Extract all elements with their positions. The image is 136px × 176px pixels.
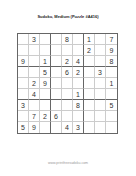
cell-r3c1[interactable]: 9	[18, 56, 29, 67]
cell-r3c8[interactable]	[95, 56, 106, 67]
cell-r7c1[interactable]: 3	[18, 100, 29, 111]
cell-r8c4[interactable]: 6	[51, 111, 62, 122]
cell-r8c3[interactable]: 2	[40, 111, 51, 122]
cell-r4c2[interactable]	[29, 67, 40, 78]
cell-r6c3[interactable]	[40, 89, 51, 100]
cell-r6c6[interactable]: 1	[73, 89, 84, 100]
cell-r5c1[interactable]	[18, 78, 29, 89]
cell-r6c8[interactable]	[95, 89, 106, 100]
puzzle-title: Sudoku, Medium (Puzzle #A416)	[34, 14, 102, 19]
cell-r2c7[interactable]: 2	[84, 45, 95, 56]
cell-r2c1[interactable]	[18, 45, 29, 56]
cell-r1c5[interactable]: 8	[62, 34, 73, 45]
cell-r4c3[interactable]: 5	[40, 67, 51, 78]
cell-r7c5[interactable]	[62, 100, 73, 111]
cell-r2c6[interactable]	[73, 45, 84, 56]
cell-r5c7[interactable]	[84, 78, 95, 89]
cell-r2c4[interactable]	[51, 45, 62, 56]
cell-r3c5[interactable]: 2	[62, 56, 73, 67]
cell-r4c5[interactable]: 6	[62, 67, 73, 78]
cell-r2c8[interactable]	[95, 45, 106, 56]
cell-r5c8[interactable]	[95, 78, 106, 89]
cell-r1c9[interactable]: 7	[106, 34, 117, 45]
cell-r9c5[interactable]: 4	[62, 122, 73, 133]
cell-r8c9[interactable]	[106, 111, 117, 122]
footer-url: www.printfreesudoku.com	[34, 161, 102, 165]
cell-r9c1[interactable]: 5	[18, 122, 29, 133]
cell-r7c7[interactable]	[84, 100, 95, 111]
cell-r7c2[interactable]	[29, 100, 40, 111]
cell-r1c6[interactable]	[73, 34, 84, 45]
cell-r5c3[interactable]: 9	[40, 78, 51, 89]
cell-r6c2[interactable]: 4	[29, 89, 40, 100]
cell-r2c2[interactable]	[29, 45, 40, 56]
cell-r7c6[interactable]: 8	[73, 100, 84, 111]
cell-r4c4[interactable]	[51, 67, 62, 78]
cell-r5c5[interactable]	[62, 78, 73, 89]
cell-r9c9[interactable]	[106, 122, 117, 133]
cell-r8c6[interactable]	[73, 111, 84, 122]
cell-r1c2[interactable]: 3	[29, 34, 40, 45]
cell-r9c4[interactable]	[51, 122, 62, 133]
cell-r6c5[interactable]	[62, 89, 73, 100]
cell-r2c9[interactable]: 9	[106, 45, 117, 56]
cell-r6c4[interactable]	[51, 89, 62, 100]
cell-r6c1[interactable]	[18, 89, 29, 100]
sudoku-board: 381729912485623291413857265943	[17, 33, 118, 134]
cell-r5c9[interactable]: 1	[106, 78, 117, 89]
cell-r1c8[interactable]	[95, 34, 106, 45]
cell-r8c2[interactable]: 7	[29, 111, 40, 122]
cell-r3c6[interactable]: 4	[73, 56, 84, 67]
cell-r8c8[interactable]	[95, 111, 106, 122]
cell-r3c2[interactable]	[29, 56, 40, 67]
cell-r5c6[interactable]	[73, 78, 84, 89]
cell-r7c4[interactable]	[51, 100, 62, 111]
cell-r3c3[interactable]: 1	[40, 56, 51, 67]
cell-r9c3[interactable]	[40, 122, 51, 133]
cell-r9c8[interactable]	[95, 122, 106, 133]
cell-r4c8[interactable]: 3	[95, 67, 106, 78]
cell-r4c7[interactable]	[84, 67, 95, 78]
cell-r7c3[interactable]	[40, 100, 51, 111]
cell-r3c4[interactable]	[51, 56, 62, 67]
cell-r1c1[interactable]	[18, 34, 29, 45]
cell-r9c2[interactable]: 9	[29, 122, 40, 133]
cell-r2c5[interactable]	[62, 45, 73, 56]
cell-r1c3[interactable]	[40, 34, 51, 45]
cell-r8c1[interactable]	[18, 111, 29, 122]
cell-r9c6[interactable]: 3	[73, 122, 84, 133]
cell-r4c9[interactable]	[106, 67, 117, 78]
cell-r2c3[interactable]	[40, 45, 51, 56]
cell-r7c9[interactable]: 5	[106, 100, 117, 111]
cell-r8c7[interactable]	[84, 111, 95, 122]
cell-r5c2[interactable]: 2	[29, 78, 40, 89]
cell-r4c1[interactable]	[18, 67, 29, 78]
cell-r4c6[interactable]: 2	[73, 67, 84, 78]
cell-r7c8[interactable]	[95, 100, 106, 111]
cell-r9c7[interactable]	[84, 122, 95, 133]
puzzle-page: Sudoku, Medium (Puzzle #A416) 3817299124…	[0, 0, 136, 176]
cell-r3c7[interactable]	[84, 56, 95, 67]
cell-r1c7[interactable]: 1	[84, 34, 95, 45]
cell-r3c9[interactable]: 8	[106, 56, 117, 67]
cell-r1c4[interactable]	[51, 34, 62, 45]
cell-r6c9[interactable]	[106, 89, 117, 100]
cell-r5c4[interactable]	[51, 78, 62, 89]
cell-r6c7[interactable]	[84, 89, 95, 100]
cell-r8c5[interactable]	[62, 111, 73, 122]
